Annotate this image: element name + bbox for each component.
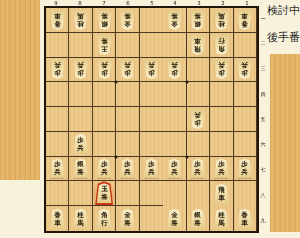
- hoshi-dot: [115, 155, 118, 158]
- piece-pawn[interactable]: 歩兵: [166, 158, 183, 178]
- square-3i[interactable]: 銀将: [187, 206, 210, 231]
- piece-pawn[interactable]: 歩兵: [119, 158, 136, 178]
- rank-label: 三: [260, 58, 267, 79]
- square-8d[interactable]: [69, 82, 92, 107]
- file-label: 2: [212, 0, 234, 5]
- komadai-right[interactable]: [270, 54, 300, 232]
- square-8c[interactable]: 歩兵: [69, 58, 92, 83]
- square-6e[interactable]: [116, 107, 139, 132]
- rank-label: 六: [260, 134, 267, 155]
- piece-gold[interactable]: 金将: [166, 10, 183, 30]
- piece-rook[interactable]: 飛車: [213, 184, 230, 204]
- piece-bishop[interactable]: 角行: [96, 209, 113, 229]
- piece-knight[interactable]: 桂馬: [72, 209, 89, 229]
- piece-pawn[interactable]: 歩兵: [49, 158, 66, 178]
- square-2c[interactable]: 歩兵: [210, 58, 233, 83]
- square-2g[interactable]: 歩兵: [210, 157, 233, 182]
- square-4e[interactable]: [163, 107, 186, 132]
- turn-indicator: 後手番: [267, 31, 300, 44]
- file-label: 1: [236, 0, 258, 5]
- file-label: 3: [189, 0, 211, 5]
- square-6g[interactable]: 歩兵: [116, 157, 139, 182]
- piece-pawn[interactable]: 歩兵: [96, 158, 113, 178]
- square-8h[interactable]: [69, 181, 92, 206]
- square-4i[interactable]: 金将: [163, 206, 186, 231]
- piece-pawn[interactable]: 歩兵: [119, 59, 136, 79]
- square-5e[interactable]: [140, 107, 163, 132]
- square-1c[interactable]: 歩兵: [234, 58, 257, 83]
- square-9e[interactable]: [46, 107, 69, 132]
- piece-pawn[interactable]: 歩兵: [189, 109, 206, 129]
- square-7c[interactable]: 歩兵: [93, 58, 116, 83]
- square-6b[interactable]: [116, 33, 139, 58]
- square-8f[interactable]: 歩兵: [69, 132, 92, 157]
- square-5f[interactable]: [140, 132, 163, 157]
- square-3g[interactable]: 歩兵: [187, 157, 210, 182]
- square-6i[interactable]: 金将: [116, 206, 139, 231]
- square-6a[interactable]: 金将: [116, 8, 139, 33]
- square-1e[interactable]: [234, 107, 257, 132]
- rank-labels: 一二三四五六七八九: [259, 6, 267, 233]
- rank-label: 二: [260, 33, 267, 54]
- piece-silver[interactable]: 銀将: [72, 158, 89, 178]
- square-9a[interactable]: 香車: [46, 8, 69, 33]
- square-3b[interactable]: 飛車: [187, 33, 210, 58]
- square-3e[interactable]: 歩兵: [187, 107, 210, 132]
- square-2e[interactable]: [210, 107, 233, 132]
- piece-silver[interactable]: 銀将: [189, 10, 206, 30]
- square-7b[interactable]: 王将: [93, 33, 116, 58]
- komadai-left[interactable]: [0, 0, 40, 180]
- piece-lance[interactable]: 香車: [236, 209, 253, 229]
- square-3d[interactable]: [187, 82, 210, 107]
- shogi-board[interactable]: 香車桂馬銀将金将金将銀将桂馬香車王将飛車角行歩兵歩兵歩兵歩兵歩兵歩兵歩兵歩兵歩兵…: [44, 6, 259, 233]
- square-3a[interactable]: 銀将: [187, 8, 210, 33]
- square-9i[interactable]: 香車: [46, 206, 69, 231]
- file-label: 6: [117, 0, 139, 5]
- rank-label: 八: [260, 184, 267, 205]
- square-4a[interactable]: 金将: [163, 8, 186, 33]
- piece-pawn[interactable]: 歩兵: [143, 59, 160, 79]
- square-6d[interactable]: [116, 82, 139, 107]
- square-7f[interactable]: [93, 132, 116, 157]
- square-5a[interactable]: [140, 8, 163, 33]
- square-9b[interactable]: [46, 33, 69, 58]
- square-2f[interactable]: [210, 132, 233, 157]
- square-2i[interactable]: 桂馬: [210, 206, 233, 231]
- square-2a[interactable]: 桂馬: [210, 8, 233, 33]
- file-label: 9: [45, 0, 67, 5]
- square-4c[interactable]: 歩兵: [163, 58, 186, 83]
- square-4h[interactable]: [163, 181, 186, 206]
- hoshi-dot: [115, 81, 118, 84]
- rank-label: 一: [260, 8, 267, 29]
- piece-pawn[interactable]: 歩兵: [236, 59, 253, 79]
- square-5c[interactable]: 歩兵: [140, 58, 163, 83]
- piece-pawn[interactable]: 歩兵: [72, 59, 89, 79]
- piece-rook[interactable]: 飛車: [189, 35, 206, 55]
- square-9h[interactable]: [46, 181, 69, 206]
- square-6f[interactable]: [116, 132, 139, 157]
- piece-pawn[interactable]: 歩兵: [213, 158, 230, 178]
- square-4b[interactable]: [163, 33, 186, 58]
- square-9f[interactable]: [46, 132, 69, 157]
- square-7h[interactable]: 玉将: [93, 181, 116, 206]
- piece-knight[interactable]: 桂馬: [213, 10, 230, 30]
- square-5d[interactable]: [140, 82, 163, 107]
- hoshi-dot: [185, 155, 188, 158]
- piece-king[interactable]: 玉将: [96, 183, 113, 203]
- square-1a[interactable]: 香車: [234, 8, 257, 33]
- square-7a[interactable]: 銀将: [93, 8, 116, 33]
- square-1b[interactable]: [234, 33, 257, 58]
- square-6c[interactable]: 歩兵: [116, 58, 139, 83]
- square-1g[interactable]: 歩兵: [234, 157, 257, 182]
- square-7g[interactable]: 歩兵: [93, 157, 116, 182]
- last-move-highlight: 玉将: [94, 181, 115, 205]
- hoshi-dot: [185, 81, 188, 84]
- piece-silver[interactable]: 銀将: [189, 209, 206, 229]
- piece-gold[interactable]: 金将: [119, 209, 136, 229]
- piece-pawn[interactable]: 歩兵: [236, 158, 253, 178]
- piece-pawn[interactable]: 歩兵: [143, 158, 160, 178]
- square-5h[interactable]: [140, 181, 163, 206]
- file-label: 4: [165, 0, 187, 5]
- piece-pawn[interactable]: 歩兵: [166, 59, 183, 79]
- piece-bishop[interactable]: 角行: [213, 35, 230, 55]
- square-8a[interactable]: 桂馬: [69, 8, 92, 33]
- square-8g[interactable]: 銀将: [69, 157, 92, 182]
- piece-pawn[interactable]: 歩兵: [213, 59, 230, 79]
- square-2h[interactable]: 飛車: [210, 181, 233, 206]
- square-4d[interactable]: [163, 82, 186, 107]
- square-7d[interactable]: [93, 82, 116, 107]
- piece-lance[interactable]: 香車: [49, 209, 66, 229]
- square-3f[interactable]: [187, 132, 210, 157]
- square-8e[interactable]: [69, 107, 92, 132]
- piece-knight[interactable]: 桂馬: [72, 10, 89, 30]
- piece-pawn[interactable]: 歩兵: [96, 59, 113, 79]
- square-8b[interactable]: [69, 33, 92, 58]
- square-7i[interactable]: 角行: [93, 206, 116, 231]
- square-6h[interactable]: [116, 181, 139, 206]
- piece-knight[interactable]: 桂馬: [213, 209, 230, 229]
- piece-gold[interactable]: 金将: [119, 10, 136, 30]
- square-1h[interactable]: [234, 181, 257, 206]
- status-analyzing: 検討中: [267, 4, 300, 17]
- square-8i[interactable]: 桂馬: [69, 206, 92, 231]
- square-7e[interactable]: [93, 107, 116, 132]
- square-4g[interactable]: 歩兵: [163, 157, 186, 182]
- piece-gold[interactable]: 金将: [166, 209, 183, 229]
- piece-lance[interactable]: 香車: [49, 10, 66, 30]
- piece-silver[interactable]: 銀将: [96, 10, 113, 30]
- square-5b[interactable]: [140, 33, 163, 58]
- square-9d[interactable]: [46, 82, 69, 107]
- rank-label: 九: [260, 210, 267, 231]
- square-9g[interactable]: 歩兵: [46, 157, 69, 182]
- square-9c[interactable]: 歩兵: [46, 58, 69, 83]
- square-1i[interactable]: 香車: [234, 206, 257, 231]
- square-3c[interactable]: [187, 58, 210, 83]
- square-4f[interactable]: [163, 132, 186, 157]
- file-label: 5: [141, 0, 163, 5]
- rank-label: 七: [260, 159, 267, 180]
- square-2d[interactable]: [210, 82, 233, 107]
- piece-pawn[interactable]: 歩兵: [72, 134, 89, 154]
- piece-pawn[interactable]: 歩兵: [189, 158, 206, 178]
- rank-label: 四: [260, 84, 267, 105]
- piece-king[interactable]: 王将: [96, 35, 113, 55]
- square-1d[interactable]: [234, 82, 257, 107]
- rank-label: 五: [260, 109, 267, 130]
- file-label: 8: [69, 0, 91, 5]
- square-5i[interactable]: [140, 206, 163, 231]
- square-2b[interactable]: 角行: [210, 33, 233, 58]
- square-3h[interactable]: [187, 181, 210, 206]
- piece-lance[interactable]: 香車: [236, 10, 253, 30]
- square-5g[interactable]: 歩兵: [140, 157, 163, 182]
- file-label: 7: [93, 0, 115, 5]
- square-1f[interactable]: [234, 132, 257, 157]
- piece-pawn[interactable]: 歩兵: [49, 59, 66, 79]
